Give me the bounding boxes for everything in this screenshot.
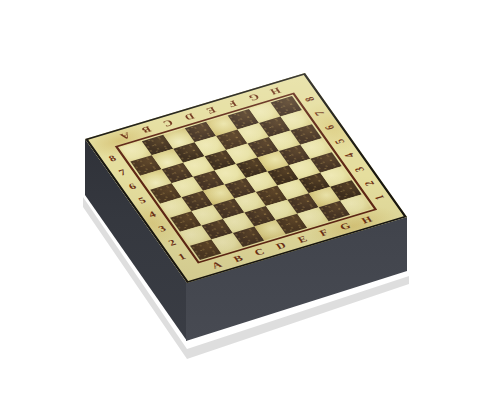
- product-photo-canvas: ABCDEFGH ABCDEFGH 87654321 87654321: [0, 0, 500, 400]
